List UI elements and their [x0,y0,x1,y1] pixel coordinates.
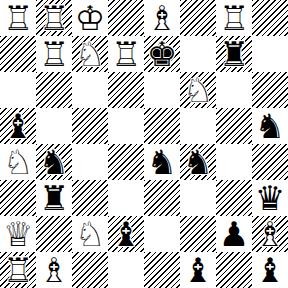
piece-white-knight: ♞♘ [72,216,108,252]
square-a5[interactable]: ♝ [0,108,36,144]
piece-white-rook: ♜♖ [216,0,252,36]
square-g4[interactable] [216,144,252,180]
piece-white-bishop: ♝♗ [144,0,180,36]
square-f5[interactable] [180,108,216,144]
piece-white-knight: ♞♘ [0,144,36,180]
piece-black-knight: ♞ [144,144,180,180]
square-h2[interactable]: ♝♗ [252,216,288,252]
piece-black-pawn: ♟ [216,216,252,252]
square-a6[interactable] [0,72,36,108]
square-e8[interactable]: ♝♗ [144,0,180,36]
square-e1[interactable] [144,252,180,288]
square-a2[interactable]: ♛♕ [0,216,36,252]
square-a7[interactable] [0,36,36,72]
piece-white-rook: ♜♖ [0,252,36,288]
square-d1[interactable] [108,252,144,288]
square-b5[interactable] [36,108,72,144]
square-c7[interactable]: ♞♘ [72,36,108,72]
piece-black-king: ♚ [144,36,180,72]
square-a4[interactable]: ♞♘ [0,144,36,180]
square-c4[interactable] [72,144,108,180]
square-b1[interactable]: ♝♗ [36,252,72,288]
piece-white-queen: ♛♕ [0,216,36,252]
square-e2[interactable] [144,216,180,252]
piece-white-king: ♚♔ [72,0,108,36]
piece-black-rook: ♜ [36,180,72,216]
square-g7[interactable]: ♜ [216,36,252,72]
square-e6[interactable] [144,72,180,108]
piece-black-knight: ♞ [36,144,72,180]
square-h7[interactable] [252,36,288,72]
square-f1[interactable]: ♝ [180,252,216,288]
square-b7[interactable]: ♜♖ [36,36,72,72]
piece-black-bishop: ♝ [252,252,288,288]
square-e3[interactable] [144,180,180,216]
piece-white-bishop: ♝♗ [36,252,72,288]
square-h3[interactable]: ♛ [252,180,288,216]
square-e5[interactable] [144,108,180,144]
piece-white-bishop: ♝♗ [252,216,288,252]
chess-board: ♜♖♜♖♚♔♝♗♜♖♜♖♞♘♜♖♚♜♞♘♝♞♞♘♞♞♞♜♛♛♕♞♘♝♟♝♗♜♖♝… [0,0,288,288]
square-g3[interactable] [216,180,252,216]
square-g2[interactable]: ♟ [216,216,252,252]
square-g8[interactable]: ♜♖ [216,0,252,36]
piece-white-knight: ♞♘ [72,36,108,72]
square-b6[interactable] [36,72,72,108]
square-h1[interactable]: ♝ [252,252,288,288]
square-b3[interactable]: ♜ [36,180,72,216]
square-e4[interactable]: ♞ [144,144,180,180]
piece-black-bishop: ♝ [0,108,36,144]
piece-black-knight: ♞ [180,144,216,180]
square-a8[interactable]: ♜♖ [0,0,36,36]
square-g1[interactable] [216,252,252,288]
square-d4[interactable] [108,144,144,180]
piece-black-knight: ♞ [252,108,288,144]
piece-black-bishop: ♝ [108,216,144,252]
square-h8[interactable] [252,0,288,36]
square-d2[interactable]: ♝ [108,216,144,252]
square-d5[interactable] [108,108,144,144]
square-f6[interactable]: ♞♘ [180,72,216,108]
square-g6[interactable] [216,72,252,108]
square-e7[interactable]: ♚ [144,36,180,72]
piece-white-rook: ♜♖ [36,36,72,72]
square-a1[interactable]: ♜♖ [0,252,36,288]
square-c8[interactable]: ♚♔ [72,0,108,36]
square-c1[interactable] [72,252,108,288]
square-b8[interactable]: ♜♖ [36,0,72,36]
chess-diagram: ♜♖♜♖♚♔♝♗♜♖♜♖♞♘♜♖♚♜♞♘♝♞♞♘♞♞♞♜♛♛♕♞♘♝♟♝♗♜♖♝… [0,0,288,288]
square-f3[interactable] [180,180,216,216]
square-b2[interactable] [36,216,72,252]
square-b4[interactable]: ♞ [36,144,72,180]
piece-black-bishop: ♝ [180,252,216,288]
square-f7[interactable] [180,36,216,72]
square-h6[interactable] [252,72,288,108]
piece-white-rook: ♜♖ [36,0,72,36]
square-d6[interactable] [108,72,144,108]
piece-white-knight: ♞♘ [180,72,216,108]
piece-black-queen: ♛ [252,180,288,216]
square-c3[interactable] [72,180,108,216]
square-g5[interactable] [216,108,252,144]
piece-white-rook: ♜♖ [108,36,144,72]
square-c6[interactable] [72,72,108,108]
square-f4[interactable]: ♞ [180,144,216,180]
square-h4[interactable] [252,144,288,180]
piece-black-rook: ♜ [216,36,252,72]
square-d3[interactable] [108,180,144,216]
square-h5[interactable]: ♞ [252,108,288,144]
square-d8[interactable] [108,0,144,36]
square-f2[interactable] [180,216,216,252]
square-c2[interactable]: ♞♘ [72,216,108,252]
square-a3[interactable] [0,180,36,216]
square-d7[interactable]: ♜♖ [108,36,144,72]
piece-white-rook: ♜♖ [0,0,36,36]
square-c5[interactable] [72,108,108,144]
square-f8[interactable] [180,0,216,36]
